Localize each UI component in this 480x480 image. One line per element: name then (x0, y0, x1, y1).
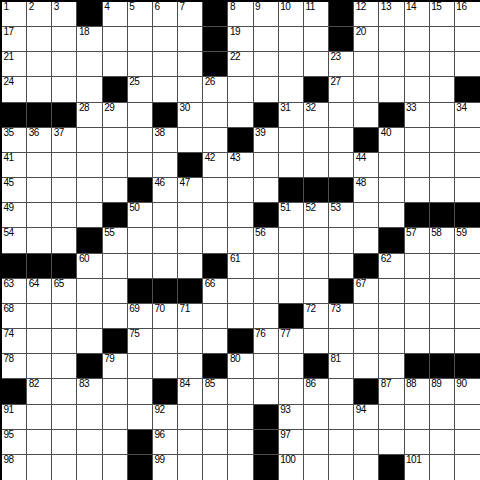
white-cell-r16c13[interactable] (329, 405, 354, 430)
white-cell-r14c7[interactable] (178, 354, 203, 379)
white-cell-r1c11[interactable] (279, 27, 304, 52)
white-cell-r17c15[interactable] (379, 430, 404, 455)
white-cell-r1c18[interactable] (455, 27, 480, 52)
white-cell-r1c5[interactable] (128, 27, 153, 52)
white-cell-r18c3[interactable] (77, 455, 102, 480)
white-cell-r1c16[interactable] (405, 27, 430, 52)
white-cell-r2c15[interactable] (379, 52, 404, 77)
white-cell-r12c2[interactable] (52, 304, 77, 329)
white-cell-r5c16[interactable] (405, 128, 430, 153)
white-cell-r7c4[interactable] (103, 178, 128, 203)
white-cell-r9c16[interactable]: 57 (405, 228, 430, 253)
white-cell-r13c5[interactable]: 75 (128, 329, 153, 354)
white-cell-r2c1[interactable] (27, 52, 52, 77)
white-cell-r6c6[interactable] (153, 153, 178, 178)
white-cell-r12c6[interactable]: 70 (153, 304, 178, 329)
white-cell-r16c15[interactable] (379, 405, 404, 430)
white-cell-r2c18[interactable] (455, 52, 480, 77)
white-cell-r18c1[interactable] (27, 455, 52, 480)
white-cell-r5c8[interactable] (203, 128, 228, 153)
white-cell-r7c1[interactable] (27, 178, 52, 203)
white-cell-r4c9[interactable] (228, 103, 253, 128)
white-cell-r9c12[interactable] (304, 228, 329, 253)
white-cell-r14c13[interactable]: 81 (329, 354, 354, 379)
white-cell-r11c3[interactable] (77, 279, 102, 304)
white-cell-r3c9[interactable] (228, 77, 253, 102)
white-cell-r8c1[interactable] (27, 203, 52, 228)
white-cell-r12c5[interactable]: 69 (128, 304, 153, 329)
white-cell-r5c12[interactable] (304, 128, 329, 153)
white-cell-r3c7[interactable] (178, 77, 203, 102)
white-cell-r12c12[interactable]: 72 (304, 304, 329, 329)
white-cell-r16c14[interactable]: 94 (354, 405, 379, 430)
white-cell-r11c8[interactable]: 66 (203, 279, 228, 304)
white-cell-r16c5[interactable] (128, 405, 153, 430)
white-cell-r12c16[interactable] (405, 304, 430, 329)
white-cell-r17c7[interactable] (178, 430, 203, 455)
white-cell-r4c14[interactable] (354, 103, 379, 128)
white-cell-r3c15[interactable] (379, 77, 404, 102)
white-cell-r11c17[interactable] (430, 279, 455, 304)
white-cell-r5c2[interactable]: 37 (52, 128, 77, 153)
white-cell-r7c7[interactable]: 47 (178, 178, 203, 203)
white-cell-r17c13[interactable] (329, 430, 354, 455)
white-cell-r14c1[interactable] (27, 354, 52, 379)
white-cell-r18c6[interactable]: 99 (153, 455, 178, 480)
white-cell-r3c3[interactable] (77, 77, 102, 102)
white-cell-r16c17[interactable] (430, 405, 455, 430)
white-cell-r6c14[interactable]: 44 (354, 153, 379, 178)
white-cell-r5c1[interactable]: 36 (27, 128, 52, 153)
white-cell-r6c4[interactable] (103, 153, 128, 178)
white-cell-r13c10[interactable]: 76 (254, 329, 279, 354)
white-cell-r9c8[interactable] (203, 228, 228, 253)
white-cell-r1c10[interactable] (254, 27, 279, 52)
white-cell-r9c0[interactable]: 54 (2, 228, 27, 253)
white-cell-r8c6[interactable] (153, 203, 178, 228)
white-cell-r17c14[interactable] (354, 430, 379, 455)
white-cell-r7c14[interactable]: 48 (354, 178, 379, 203)
white-cell-r4c12[interactable]: 32 (304, 103, 329, 128)
white-cell-r18c16[interactable]: 101 (405, 455, 430, 480)
white-cell-r4c16[interactable]: 33 (405, 103, 430, 128)
white-cell-r14c5[interactable] (128, 354, 153, 379)
white-cell-r1c17[interactable] (430, 27, 455, 52)
white-cell-r2c16[interactable] (405, 52, 430, 77)
white-cell-r6c1[interactable] (27, 153, 52, 178)
white-cell-r1c6[interactable] (153, 27, 178, 52)
white-cell-r3c14[interactable] (354, 77, 379, 102)
white-cell-r15c13[interactable] (329, 379, 354, 404)
white-cell-r5c18[interactable] (455, 128, 480, 153)
white-cell-r1c9[interactable]: 19 (228, 27, 253, 52)
white-cell-r2c11[interactable] (279, 52, 304, 77)
white-cell-r10c9[interactable]: 61 (228, 254, 253, 279)
white-cell-r6c12[interactable] (304, 153, 329, 178)
white-cell-r5c15[interactable]: 40 (379, 128, 404, 153)
white-cell-r16c3[interactable] (77, 405, 102, 430)
white-cell-r10c18[interactable] (455, 254, 480, 279)
white-cell-r16c11[interactable]: 93 (279, 405, 304, 430)
white-cell-r0c9[interactable]: 8 (228, 2, 253, 27)
white-cell-r18c12[interactable] (304, 455, 329, 480)
white-cell-r8c7[interactable] (178, 203, 203, 228)
white-cell-r9c4[interactable]: 55 (103, 228, 128, 253)
white-cell-r4c3[interactable]: 28 (77, 103, 102, 128)
white-cell-r9c18[interactable]: 59 (455, 228, 480, 253)
white-cell-r18c18[interactable] (455, 455, 480, 480)
white-cell-r14c10[interactable] (254, 354, 279, 379)
white-cell-r7c9[interactable] (228, 178, 253, 203)
white-cell-r18c17[interactable] (430, 455, 455, 480)
white-cell-r7c17[interactable] (430, 178, 455, 203)
white-cell-r14c11[interactable] (279, 354, 304, 379)
white-cell-r6c10[interactable] (254, 153, 279, 178)
white-cell-r4c11[interactable]: 31 (279, 103, 304, 128)
white-cell-r8c0[interactable]: 49 (2, 203, 27, 228)
white-cell-r18c8[interactable] (203, 455, 228, 480)
white-cell-r5c0[interactable]: 35 (2, 128, 27, 153)
white-cell-r6c11[interactable] (279, 153, 304, 178)
white-cell-r15c12[interactable]: 86 (304, 379, 329, 404)
white-cell-r5c17[interactable] (430, 128, 455, 153)
white-cell-r14c2[interactable] (52, 354, 77, 379)
white-cell-r16c0[interactable]: 91 (2, 405, 27, 430)
white-cell-r10c10[interactable] (254, 254, 279, 279)
white-cell-r15c8[interactable]: 85 (203, 379, 228, 404)
white-cell-r12c1[interactable] (27, 304, 52, 329)
white-cell-r14c0[interactable]: 78 (2, 354, 27, 379)
white-cell-r17c4[interactable] (103, 430, 128, 455)
white-cell-r16c16[interactable] (405, 405, 430, 430)
white-cell-r1c7[interactable] (178, 27, 203, 52)
white-cell-r10c15[interactable]: 62 (379, 254, 404, 279)
white-cell-r11c4[interactable] (103, 279, 128, 304)
white-cell-r11c11[interactable] (279, 279, 304, 304)
white-cell-r0c1[interactable]: 2 (27, 2, 52, 27)
white-cell-r13c2[interactable] (52, 329, 77, 354)
white-cell-r15c4[interactable] (103, 379, 128, 404)
white-cell-r7c3[interactable] (77, 178, 102, 203)
white-cell-r7c15[interactable] (379, 178, 404, 203)
white-cell-r0c10[interactable]: 9 (254, 2, 279, 27)
white-cell-r15c3[interactable]: 83 (77, 379, 102, 404)
white-cell-r6c8[interactable]: 42 (203, 153, 228, 178)
white-cell-r12c14[interactable] (354, 304, 379, 329)
white-cell-r14c15[interactable] (379, 354, 404, 379)
white-cell-r17c6[interactable]: 96 (153, 430, 178, 455)
white-cell-r13c8[interactable] (203, 329, 228, 354)
white-cell-r7c16[interactable] (405, 178, 430, 203)
white-cell-r6c2[interactable] (52, 153, 77, 178)
white-cell-r6c0[interactable]: 41 (2, 153, 27, 178)
white-cell-r7c0[interactable]: 45 (2, 178, 27, 203)
white-cell-r17c0[interactable]: 95 (2, 430, 27, 455)
white-cell-r8c14[interactable] (354, 203, 379, 228)
white-cell-r5c10[interactable]: 39 (254, 128, 279, 153)
white-cell-r2c5[interactable] (128, 52, 153, 77)
white-cell-r6c3[interactable] (77, 153, 102, 178)
white-cell-r8c12[interactable]: 52 (304, 203, 329, 228)
white-cell-r17c3[interactable] (77, 430, 102, 455)
white-cell-r9c13[interactable] (329, 228, 354, 253)
white-cell-r3c0[interactable]: 24 (2, 77, 27, 102)
white-cell-r10c17[interactable] (430, 254, 455, 279)
white-cell-r11c10[interactable] (254, 279, 279, 304)
white-cell-r7c10[interactable] (254, 178, 279, 203)
white-cell-r13c13[interactable] (329, 329, 354, 354)
white-cell-r1c3[interactable]: 18 (77, 27, 102, 52)
white-cell-r13c11[interactable]: 77 (279, 329, 304, 354)
white-cell-r1c14[interactable]: 20 (354, 27, 379, 52)
white-cell-r0c2[interactable]: 3 (52, 2, 77, 27)
white-cell-r10c12[interactable] (304, 254, 329, 279)
white-cell-r4c4[interactable]: 29 (103, 103, 128, 128)
white-cell-r0c5[interactable]: 5 (128, 2, 153, 27)
white-cell-r1c1[interactable] (27, 27, 52, 52)
white-cell-r4c17[interactable] (430, 103, 455, 128)
white-cell-r0c15[interactable]: 13 (379, 2, 404, 27)
white-cell-r6c16[interactable] (405, 153, 430, 178)
white-cell-r10c16[interactable] (405, 254, 430, 279)
white-cell-r1c15[interactable] (379, 27, 404, 52)
white-cell-r14c9[interactable]: 80 (228, 354, 253, 379)
white-cell-r17c11[interactable]: 97 (279, 430, 304, 455)
white-cell-r3c13[interactable]: 27 (329, 77, 354, 102)
white-cell-r3c5[interactable]: 25 (128, 77, 153, 102)
white-cell-r6c13[interactable] (329, 153, 354, 178)
white-cell-r17c18[interactable] (455, 430, 480, 455)
white-cell-r0c0[interactable]: 1 (2, 2, 27, 27)
white-cell-r11c0[interactable]: 63 (2, 279, 27, 304)
white-cell-r10c7[interactable] (178, 254, 203, 279)
white-cell-r15c2[interactable] (52, 379, 77, 404)
white-cell-r2c0[interactable]: 21 (2, 52, 27, 77)
white-cell-r13c18[interactable] (455, 329, 480, 354)
white-cell-r13c0[interactable]: 74 (2, 329, 27, 354)
white-cell-r15c11[interactable] (279, 379, 304, 404)
white-cell-r0c17[interactable]: 15 (430, 2, 455, 27)
white-cell-r3c11[interactable] (279, 77, 304, 102)
white-cell-r16c1[interactable] (27, 405, 52, 430)
white-cell-r12c15[interactable] (379, 304, 404, 329)
white-cell-r13c6[interactable] (153, 329, 178, 354)
white-cell-r18c11[interactable]: 100 (279, 455, 304, 480)
white-cell-r13c15[interactable] (379, 329, 404, 354)
white-cell-r16c7[interactable] (178, 405, 203, 430)
white-cell-r7c18[interactable] (455, 178, 480, 203)
white-cell-r1c2[interactable] (52, 27, 77, 52)
white-cell-r16c6[interactable]: 92 (153, 405, 178, 430)
white-cell-r17c1[interactable] (27, 430, 52, 455)
white-cell-r3c6[interactable] (153, 77, 178, 102)
white-cell-r2c7[interactable] (178, 52, 203, 77)
white-cell-r1c4[interactable] (103, 27, 128, 52)
white-cell-r2c14[interactable] (354, 52, 379, 77)
white-cell-r10c3[interactable]: 60 (77, 254, 102, 279)
white-cell-r12c4[interactable] (103, 304, 128, 329)
white-cell-r12c17[interactable] (430, 304, 455, 329)
white-cell-r15c9[interactable] (228, 379, 253, 404)
white-cell-r0c12[interactable]: 11 (304, 2, 329, 27)
white-cell-r1c0[interactable]: 17 (2, 27, 27, 52)
white-cell-r3c17[interactable] (430, 77, 455, 102)
white-cell-r14c4[interactable]: 79 (103, 354, 128, 379)
white-cell-r12c7[interactable]: 71 (178, 304, 203, 329)
white-cell-r12c9[interactable] (228, 304, 253, 329)
white-cell-r16c18[interactable] (455, 405, 480, 430)
white-cell-r3c8[interactable]: 26 (203, 77, 228, 102)
white-cell-r17c16[interactable] (405, 430, 430, 455)
white-cell-r9c7[interactable] (178, 228, 203, 253)
white-cell-r3c16[interactable] (405, 77, 430, 102)
white-cell-r2c13[interactable]: 23 (329, 52, 354, 77)
white-cell-r8c9[interactable] (228, 203, 253, 228)
white-cell-r5c3[interactable] (77, 128, 102, 153)
white-cell-r6c5[interactable] (128, 153, 153, 178)
white-cell-r1c12[interactable] (304, 27, 329, 52)
white-cell-r10c5[interactable] (128, 254, 153, 279)
white-cell-r3c1[interactable] (27, 77, 52, 102)
white-cell-r12c13[interactable]: 73 (329, 304, 354, 329)
white-cell-r11c9[interactable] (228, 279, 253, 304)
white-cell-r13c17[interactable] (430, 329, 455, 354)
white-cell-r17c2[interactable] (52, 430, 77, 455)
white-cell-r0c6[interactable]: 6 (153, 2, 178, 27)
white-cell-r17c17[interactable] (430, 430, 455, 455)
white-cell-r3c10[interactable] (254, 77, 279, 102)
white-cell-r14c6[interactable] (153, 354, 178, 379)
white-cell-r12c18[interactable] (455, 304, 480, 329)
white-cell-r8c15[interactable] (379, 203, 404, 228)
white-cell-r8c3[interactable] (77, 203, 102, 228)
white-cell-r8c5[interactable]: 50 (128, 203, 153, 228)
white-cell-r15c16[interactable]: 88 (405, 379, 430, 404)
white-cell-r11c18[interactable] (455, 279, 480, 304)
white-cell-r9c14[interactable] (354, 228, 379, 253)
white-cell-r12c3[interactable] (77, 304, 102, 329)
white-cell-r13c12[interactable] (304, 329, 329, 354)
white-cell-r8c8[interactable] (203, 203, 228, 228)
white-cell-r15c5[interactable] (128, 379, 153, 404)
white-cell-r2c6[interactable] (153, 52, 178, 77)
white-cell-r2c2[interactable] (52, 52, 77, 77)
white-cell-r5c13[interactable] (329, 128, 354, 153)
white-cell-r9c11[interactable] (279, 228, 304, 253)
white-cell-r5c7[interactable] (178, 128, 203, 153)
white-cell-r15c7[interactable]: 84 (178, 379, 203, 404)
white-cell-r14c14[interactable] (354, 354, 379, 379)
white-cell-r6c18[interactable] (455, 153, 480, 178)
white-cell-r16c8[interactable] (203, 405, 228, 430)
white-cell-r10c4[interactable] (103, 254, 128, 279)
white-cell-r5c6[interactable]: 38 (153, 128, 178, 153)
white-cell-r18c14[interactable] (354, 455, 379, 480)
white-cell-r15c18[interactable]: 90 (455, 379, 480, 404)
white-cell-r8c13[interactable]: 53 (329, 203, 354, 228)
white-cell-r6c17[interactable] (430, 153, 455, 178)
white-cell-r18c7[interactable] (178, 455, 203, 480)
white-cell-r2c12[interactable] (304, 52, 329, 77)
white-cell-r18c4[interactable] (103, 455, 128, 480)
white-cell-r8c2[interactable] (52, 203, 77, 228)
white-cell-r11c12[interactable] (304, 279, 329, 304)
white-cell-r2c9[interactable]: 22 (228, 52, 253, 77)
white-cell-r11c1[interactable]: 64 (27, 279, 52, 304)
white-cell-r6c15[interactable] (379, 153, 404, 178)
white-cell-r17c9[interactable] (228, 430, 253, 455)
white-cell-r16c2[interactable] (52, 405, 77, 430)
white-cell-r11c14[interactable]: 67 (354, 279, 379, 304)
white-cell-r15c10[interactable] (254, 379, 279, 404)
white-cell-r4c5[interactable] (128, 103, 153, 128)
white-cell-r7c6[interactable]: 46 (153, 178, 178, 203)
white-cell-r13c16[interactable] (405, 329, 430, 354)
white-cell-r5c11[interactable] (279, 128, 304, 153)
white-cell-r17c8[interactable] (203, 430, 228, 455)
white-cell-r11c2[interactable]: 65 (52, 279, 77, 304)
white-cell-r12c0[interactable]: 68 (2, 304, 27, 329)
white-cell-r0c18[interactable]: 16 (455, 2, 480, 27)
white-cell-r0c16[interactable]: 14 (405, 2, 430, 27)
white-cell-r16c12[interactable] (304, 405, 329, 430)
white-cell-r9c6[interactable] (153, 228, 178, 253)
white-cell-r9c9[interactable] (228, 228, 253, 253)
white-cell-r10c6[interactable] (153, 254, 178, 279)
white-cell-r12c10[interactable] (254, 304, 279, 329)
white-cell-r9c2[interactable] (52, 228, 77, 253)
white-cell-r15c15[interactable]: 87 (379, 379, 404, 404)
white-cell-r9c17[interactable]: 58 (430, 228, 455, 253)
white-cell-r9c5[interactable] (128, 228, 153, 253)
white-cell-r2c17[interactable] (430, 52, 455, 77)
white-cell-r2c4[interactable] (103, 52, 128, 77)
white-cell-r3c2[interactable] (52, 77, 77, 102)
white-cell-r16c4[interactable] (103, 405, 128, 430)
white-cell-r7c2[interactable] (52, 178, 77, 203)
white-cell-r18c13[interactable] (329, 455, 354, 480)
white-cell-r8c11[interactable]: 51 (279, 203, 304, 228)
white-cell-r18c0[interactable]: 98 (2, 455, 27, 480)
white-cell-r9c10[interactable]: 56 (254, 228, 279, 253)
white-cell-r13c1[interactable] (27, 329, 52, 354)
white-cell-r0c4[interactable]: 4 (103, 2, 128, 27)
white-cell-r18c9[interactable] (228, 455, 253, 480)
white-cell-r4c18[interactable]: 34 (455, 103, 480, 128)
white-cell-r4c8[interactable] (203, 103, 228, 128)
white-cell-r6c9[interactable]: 43 (228, 153, 253, 178)
white-cell-r13c3[interactable] (77, 329, 102, 354)
white-cell-r12c8[interactable] (203, 304, 228, 329)
white-cell-r13c14[interactable] (354, 329, 379, 354)
white-cell-r2c3[interactable] (77, 52, 102, 77)
white-cell-r7c8[interactable] (203, 178, 228, 203)
white-cell-r5c5[interactable] (128, 128, 153, 153)
white-cell-r9c1[interactable] (27, 228, 52, 253)
white-cell-r2c10[interactable] (254, 52, 279, 77)
white-cell-r18c2[interactable] (52, 455, 77, 480)
white-cell-r0c11[interactable]: 10 (279, 2, 304, 27)
white-cell-r5c4[interactable] (103, 128, 128, 153)
white-cell-r10c13[interactable] (329, 254, 354, 279)
white-cell-r10c11[interactable] (279, 254, 304, 279)
white-cell-r4c13[interactable] (329, 103, 354, 128)
white-cell-r11c15[interactable] (379, 279, 404, 304)
white-cell-r17c12[interactable] (304, 430, 329, 455)
white-cell-r0c7[interactable]: 7 (178, 2, 203, 27)
white-cell-r16c9[interactable] (228, 405, 253, 430)
white-cell-r0c14[interactable]: 12 (354, 2, 379, 27)
